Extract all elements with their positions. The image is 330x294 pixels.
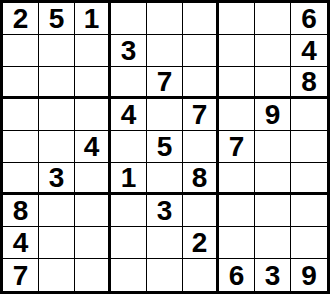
sudoku-cell-r8c6[interactable]: 2 — [183, 227, 219, 259]
sudoku-cell-r1c6[interactable] — [183, 3, 219, 35]
sudoku-cell-r4c2[interactable] — [39, 99, 75, 131]
sudoku-cell-r3c6[interactable] — [183, 67, 219, 99]
sudoku-cell-r5c4[interactable] — [111, 131, 147, 163]
sudoku-cell-r2c5[interactable] — [147, 35, 183, 67]
sudoku-cell-r4c7[interactable] — [219, 99, 255, 131]
sudoku-cell-r1c8[interactable] — [255, 3, 291, 35]
sudoku-cell-r7c3[interactable] — [75, 195, 111, 227]
sudoku-cell-r5c1[interactable] — [3, 131, 39, 163]
sudoku-cell-r1c3[interactable]: 1 — [75, 3, 111, 35]
sudoku-cell-r3c2[interactable] — [39, 67, 75, 99]
sudoku-cell-r9c3[interactable] — [75, 259, 111, 291]
sudoku-cell-r5c2[interactable] — [39, 131, 75, 163]
sudoku-cell-r5c9[interactable] — [291, 131, 327, 163]
sudoku-cell-r1c7[interactable] — [219, 3, 255, 35]
sudoku-cell-r3c9[interactable]: 8 — [291, 67, 327, 99]
sudoku-cell-r8c9[interactable] — [291, 227, 327, 259]
sudoku-cell-r4c1[interactable] — [3, 99, 39, 131]
sudoku-cell-r9c8[interactable]: 3 — [255, 259, 291, 291]
sudoku-cell-r2c3[interactable] — [75, 35, 111, 67]
sudoku-cell-r6c6[interactable]: 8 — [183, 163, 219, 195]
sudoku-cell-r8c8[interactable] — [255, 227, 291, 259]
sudoku-cell-r7c2[interactable] — [39, 195, 75, 227]
sudoku-cell-r7c4[interactable] — [111, 195, 147, 227]
sudoku-cell-r8c7[interactable] — [219, 227, 255, 259]
sudoku-cell-r5c3[interactable]: 4 — [75, 131, 111, 163]
sudoku-cell-r3c3[interactable] — [75, 67, 111, 99]
sudoku-cell-r8c4[interactable] — [111, 227, 147, 259]
sudoku-cell-r6c1[interactable] — [3, 163, 39, 195]
sudoku-cell-r1c5[interactable] — [147, 3, 183, 35]
sudoku-cell-r6c4[interactable]: 1 — [111, 163, 147, 195]
sudoku-cell-r9c9[interactable]: 9 — [291, 259, 327, 291]
sudoku-cell-r7c5[interactable]: 3 — [147, 195, 183, 227]
sudoku-cell-r3c7[interactable] — [219, 67, 255, 99]
sudoku-cell-r7c1[interactable]: 8 — [3, 195, 39, 227]
sudoku-puzzle: 2516347847945731883427639 — [0, 0, 330, 294]
sudoku-cell-r9c7[interactable]: 6 — [219, 259, 255, 291]
sudoku-cell-r4c8[interactable]: 9 — [255, 99, 291, 131]
sudoku-cell-r6c9[interactable] — [291, 163, 327, 195]
sudoku-cell-r7c7[interactable] — [219, 195, 255, 227]
sudoku-cell-r2c1[interactable] — [3, 35, 39, 67]
sudoku-cell-r5c7[interactable]: 7 — [219, 131, 255, 163]
sudoku-cell-r4c5[interactable] — [147, 99, 183, 131]
sudoku-cell-r1c4[interactable] — [111, 3, 147, 35]
sudoku-cell-r1c1[interactable]: 2 — [3, 3, 39, 35]
sudoku-cell-r9c6[interactable] — [183, 259, 219, 291]
sudoku-cell-r2c2[interactable] — [39, 35, 75, 67]
sudoku-cell-r9c2[interactable] — [39, 259, 75, 291]
sudoku-cell-r6c8[interactable] — [255, 163, 291, 195]
sudoku-cell-r6c5[interactable] — [147, 163, 183, 195]
sudoku-cell-r5c6[interactable] — [183, 131, 219, 163]
sudoku-cell-r8c2[interactable] — [39, 227, 75, 259]
sudoku-cell-r3c4[interactable] — [111, 67, 147, 99]
sudoku-cell-r3c5[interactable]: 7 — [147, 67, 183, 99]
sudoku-cell-r9c1[interactable]: 7 — [3, 259, 39, 291]
sudoku-cell-r2c6[interactable] — [183, 35, 219, 67]
sudoku-cell-r1c9[interactable]: 6 — [291, 3, 327, 35]
sudoku-cell-r5c5[interactable]: 5 — [147, 131, 183, 163]
sudoku-cell-r4c4[interactable]: 4 — [111, 99, 147, 131]
sudoku-cell-r1c2[interactable]: 5 — [39, 3, 75, 35]
sudoku-cell-r3c1[interactable] — [3, 67, 39, 99]
sudoku-cell-r2c7[interactable] — [219, 35, 255, 67]
sudoku-board: 2516347847945731883427639 — [0, 0, 330, 294]
sudoku-cell-r8c5[interactable] — [147, 227, 183, 259]
sudoku-cell-r6c3[interactable] — [75, 163, 111, 195]
sudoku-cell-r2c8[interactable] — [255, 35, 291, 67]
sudoku-cell-r6c7[interactable] — [219, 163, 255, 195]
sudoku-cell-r3c8[interactable] — [255, 67, 291, 99]
sudoku-cell-r8c3[interactable] — [75, 227, 111, 259]
sudoku-cell-r5c8[interactable] — [255, 131, 291, 163]
sudoku-cell-r4c3[interactable] — [75, 99, 111, 131]
sudoku-cell-r8c1[interactable]: 4 — [3, 227, 39, 259]
sudoku-cell-r2c9[interactable]: 4 — [291, 35, 327, 67]
sudoku-cell-r9c5[interactable] — [147, 259, 183, 291]
sudoku-cell-r2c4[interactable]: 3 — [111, 35, 147, 67]
sudoku-cell-r7c8[interactable] — [255, 195, 291, 227]
sudoku-cell-r6c2[interactable]: 3 — [39, 163, 75, 195]
sudoku-cell-r7c6[interactable] — [183, 195, 219, 227]
sudoku-cell-r9c4[interactable] — [111, 259, 147, 291]
sudoku-cell-r7c9[interactable] — [291, 195, 327, 227]
sudoku-cell-r4c6[interactable]: 7 — [183, 99, 219, 131]
sudoku-cell-r4c9[interactable] — [291, 99, 327, 131]
